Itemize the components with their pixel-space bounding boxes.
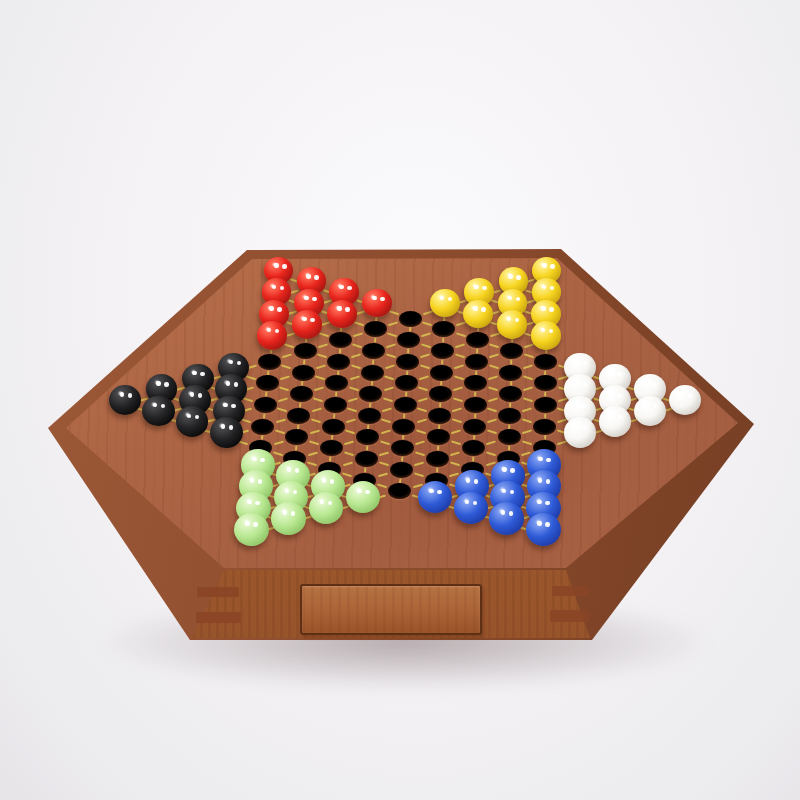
lattice-line bbox=[348, 397, 358, 402]
lattice-line bbox=[381, 419, 391, 424]
lattice-line bbox=[438, 424, 441, 429]
lattice-line bbox=[406, 370, 409, 375]
marble-highlight bbox=[187, 414, 192, 419]
lattice-line bbox=[523, 365, 533, 370]
lattice-line bbox=[335, 392, 338, 397]
board-hole[interactable] bbox=[285, 429, 308, 445]
lattice-line bbox=[488, 397, 498, 402]
marble-black[interactable] bbox=[210, 417, 243, 448]
board-hole[interactable] bbox=[465, 354, 488, 370]
lattice-line bbox=[474, 392, 477, 397]
lattice-line bbox=[277, 408, 287, 413]
marble-white[interactable] bbox=[634, 396, 666, 426]
board-hole[interactable] bbox=[256, 375, 279, 391]
marble-blue[interactable] bbox=[454, 492, 489, 524]
lattice-line bbox=[489, 343, 499, 348]
lattice-line bbox=[369, 402, 372, 407]
lattice-line bbox=[367, 424, 370, 429]
lattice-line bbox=[417, 408, 427, 413]
marble-black[interactable] bbox=[109, 385, 141, 415]
marble-blue[interactable] bbox=[418, 481, 452, 513]
lattice-line bbox=[343, 462, 353, 467]
lattice-line bbox=[488, 375, 498, 380]
lattice-line bbox=[347, 408, 357, 413]
marble-highlight bbox=[252, 457, 257, 462]
marble-highlight bbox=[537, 521, 542, 526]
lattice-line bbox=[278, 397, 288, 402]
marble-highlight bbox=[645, 403, 650, 408]
lattice-line bbox=[316, 365, 326, 370]
board-hole[interactable] bbox=[534, 354, 557, 370]
lattice-line bbox=[342, 473, 352, 478]
lattice-line bbox=[245, 375, 255, 380]
lattice-line bbox=[372, 359, 375, 364]
board-hole[interactable] bbox=[463, 419, 486, 435]
lattice-line bbox=[450, 462, 460, 467]
lattice-line bbox=[276, 419, 286, 424]
lattice-line bbox=[310, 429, 320, 434]
lattice-line bbox=[399, 478, 402, 483]
marble-highlight bbox=[465, 500, 470, 505]
marble-green[interactable] bbox=[346, 481, 380, 513]
lattice-line bbox=[451, 429, 461, 434]
lattice-line bbox=[385, 365, 395, 370]
lattice-line bbox=[353, 332, 363, 337]
marble-highlight bbox=[245, 521, 250, 526]
marble-yellow[interactable] bbox=[531, 321, 562, 350]
marble-yellow[interactable] bbox=[497, 310, 527, 338]
lattice-line bbox=[383, 397, 393, 402]
marble-highlight bbox=[609, 371, 614, 376]
marble-red[interactable] bbox=[292, 310, 322, 338]
lattice-line bbox=[375, 316, 378, 321]
marble-highlight bbox=[192, 371, 197, 376]
lattice-line bbox=[450, 451, 460, 456]
marble-highlight bbox=[272, 285, 277, 290]
board-hole[interactable] bbox=[533, 419, 556, 435]
lattice-line bbox=[294, 446, 297, 451]
lattice-line bbox=[489, 365, 499, 370]
board-hole[interactable] bbox=[534, 375, 557, 391]
lattice-line bbox=[421, 332, 431, 337]
marble-highlight bbox=[287, 467, 292, 472]
marble-highlight bbox=[574, 403, 579, 408]
marble-highlight bbox=[274, 263, 279, 268]
board-hole[interactable] bbox=[499, 386, 522, 402]
lattice-line bbox=[523, 397, 533, 402]
lattice-line bbox=[303, 359, 306, 364]
marble-highlight bbox=[574, 424, 579, 429]
marble-green[interactable] bbox=[271, 502, 306, 535]
lattice-line bbox=[418, 397, 428, 402]
lattice-line bbox=[312, 408, 322, 413]
lattice-line bbox=[475, 370, 478, 375]
marble-red[interactable] bbox=[327, 300, 357, 328]
lattice-line bbox=[473, 413, 476, 418]
marble-highlight bbox=[541, 328, 546, 333]
lattice-line bbox=[275, 429, 285, 434]
lattice-line bbox=[319, 332, 329, 337]
board-hole[interactable] bbox=[327, 354, 350, 370]
marble-highlight bbox=[466, 478, 471, 483]
marble-blue[interactable] bbox=[489, 502, 524, 535]
board-hole[interactable] bbox=[361, 365, 384, 381]
lattice-line bbox=[314, 386, 324, 391]
lattice-line bbox=[522, 429, 532, 434]
lattice-line bbox=[523, 386, 533, 391]
marble-black[interactable] bbox=[176, 406, 209, 437]
board-hole[interactable] bbox=[356, 429, 379, 445]
marble-highlight bbox=[542, 285, 547, 290]
board-hole[interactable] bbox=[464, 375, 487, 391]
lattice-line bbox=[379, 451, 389, 456]
lattice-line bbox=[378, 473, 388, 478]
board-hole[interactable] bbox=[391, 440, 414, 456]
lattice-line bbox=[453, 386, 463, 391]
lattice-line bbox=[508, 446, 511, 451]
lattice-line bbox=[386, 343, 396, 348]
marble-highlight bbox=[440, 296, 445, 301]
marble-yellow[interactable] bbox=[430, 289, 460, 317]
board-hole[interactable] bbox=[499, 365, 522, 381]
lattice-line bbox=[544, 370, 546, 375]
board-hole[interactable] bbox=[397, 332, 420, 348]
lattice-line bbox=[280, 375, 290, 380]
lattice-line bbox=[508, 424, 511, 429]
lattice-line bbox=[345, 429, 355, 434]
lattice-line bbox=[454, 375, 464, 380]
board-hole[interactable] bbox=[355, 451, 378, 467]
lattice-line bbox=[489, 354, 499, 359]
marble-highlight bbox=[474, 285, 479, 290]
lattice-line bbox=[490, 332, 500, 337]
board-hole[interactable] bbox=[290, 386, 313, 402]
board-hole[interactable] bbox=[325, 375, 348, 391]
marble-highlight bbox=[680, 392, 685, 397]
board-hole[interactable] bbox=[258, 354, 281, 370]
lattice-line bbox=[419, 365, 429, 370]
marble-highlight bbox=[501, 510, 506, 515]
lattice-line bbox=[318, 343, 328, 348]
lattice-line bbox=[299, 402, 302, 407]
lattice-line bbox=[373, 338, 376, 343]
lattice-line bbox=[350, 365, 360, 370]
marble-highlight bbox=[429, 489, 434, 494]
board-hole[interactable] bbox=[251, 419, 274, 435]
lattice-line bbox=[476, 348, 479, 353]
lattice-line bbox=[346, 419, 356, 424]
lattice-line bbox=[487, 419, 497, 424]
lattice-line bbox=[509, 381, 512, 386]
lattice-line bbox=[388, 321, 398, 326]
lattice-line bbox=[439, 402, 442, 407]
board-hole[interactable] bbox=[431, 343, 454, 359]
marble-highlight bbox=[302, 317, 307, 322]
marble-highlight bbox=[538, 457, 543, 462]
lattice-line bbox=[283, 343, 293, 348]
lattice-line bbox=[486, 451, 496, 456]
board-hole[interactable] bbox=[430, 365, 453, 381]
lattice-line bbox=[352, 343, 362, 348]
lattice-line bbox=[415, 451, 425, 456]
lattice-line bbox=[416, 419, 426, 424]
board-hole[interactable] bbox=[359, 386, 382, 402]
lattice-line bbox=[544, 413, 546, 418]
lattice-line bbox=[422, 311, 432, 316]
marble-red[interactable] bbox=[257, 321, 288, 350]
board-hole[interactable] bbox=[395, 375, 418, 391]
lattice-line bbox=[262, 413, 265, 418]
lattice-line bbox=[351, 354, 361, 359]
lattice-line bbox=[309, 440, 319, 445]
lattice-line bbox=[440, 381, 443, 386]
lattice-line bbox=[370, 381, 373, 386]
marble-highlight bbox=[153, 403, 158, 408]
lattice-line bbox=[437, 446, 440, 451]
marble-highlight bbox=[283, 510, 288, 515]
lattice-line bbox=[403, 413, 406, 418]
lattice-line bbox=[307, 462, 317, 467]
board-hole[interactable] bbox=[498, 408, 521, 424]
board-hole[interactable] bbox=[388, 483, 411, 499]
board-hole[interactable] bbox=[396, 354, 419, 370]
lattice-line bbox=[421, 343, 431, 348]
lattice-line bbox=[354, 321, 364, 326]
lattice-line bbox=[441, 359, 444, 364]
board-hole[interactable] bbox=[498, 429, 521, 445]
lattice-line bbox=[451, 440, 461, 445]
board-hole[interactable] bbox=[320, 440, 343, 456]
lattice-line bbox=[365, 446, 368, 451]
marble-highlight bbox=[357, 489, 362, 494]
lattice-line bbox=[455, 343, 465, 348]
marble-highlight bbox=[610, 414, 615, 419]
marble-highlight bbox=[285, 489, 290, 494]
board-hole[interactable] bbox=[429, 386, 452, 402]
lattice-line bbox=[279, 386, 289, 391]
marble-highlight bbox=[156, 381, 161, 386]
board-hole[interactable] bbox=[500, 343, 523, 359]
marble-highlight bbox=[502, 489, 507, 494]
marble-blue[interactable] bbox=[526, 513, 561, 546]
marble-highlight bbox=[337, 306, 342, 311]
marble-green[interactable] bbox=[234, 513, 269, 546]
board-hole[interactable] bbox=[462, 440, 485, 456]
marble-highlight bbox=[502, 467, 507, 472]
lattice-line bbox=[407, 348, 410, 353]
board-hole[interactable] bbox=[432, 321, 455, 337]
marble-white[interactable] bbox=[599, 406, 632, 437]
board-hole[interactable] bbox=[362, 343, 385, 359]
marble-highlight bbox=[226, 381, 231, 386]
board-hole[interactable] bbox=[394, 397, 417, 413]
lattice-line bbox=[488, 386, 498, 391]
lattice-line bbox=[416, 429, 426, 434]
lattice-line bbox=[543, 435, 545, 440]
marble-highlight bbox=[120, 392, 125, 397]
lattice-line bbox=[272, 451, 282, 456]
board-hole[interactable] bbox=[322, 419, 345, 435]
lattice-line bbox=[381, 429, 391, 434]
lattice-line bbox=[413, 473, 423, 478]
lattice-line bbox=[349, 375, 359, 380]
lattice-line bbox=[344, 451, 354, 456]
lattice-line bbox=[273, 440, 283, 445]
marble-highlight bbox=[575, 381, 580, 386]
marble-green[interactable] bbox=[309, 492, 344, 524]
board-hole[interactable] bbox=[287, 408, 310, 424]
lattice-line bbox=[509, 402, 512, 407]
marble-highlight bbox=[304, 296, 309, 301]
lattice-line bbox=[487, 429, 497, 434]
lattice-line bbox=[344, 440, 354, 445]
marble-highlight bbox=[320, 500, 325, 505]
lattice-line bbox=[380, 440, 390, 445]
lattice-line bbox=[456, 321, 466, 326]
lattice-line bbox=[524, 343, 534, 348]
board-hole[interactable] bbox=[254, 397, 277, 413]
marble-white[interactable] bbox=[564, 417, 597, 448]
lattice-line bbox=[329, 456, 332, 461]
lattice-line bbox=[522, 440, 532, 445]
marble-highlight bbox=[537, 500, 542, 505]
board-hole[interactable] bbox=[390, 462, 413, 478]
lattice-line bbox=[455, 332, 465, 337]
marble-highlight bbox=[507, 317, 512, 322]
lattice-line bbox=[338, 348, 341, 353]
lattice-line bbox=[377, 483, 387, 488]
marble-yellow[interactable] bbox=[463, 300, 493, 328]
lattice-line bbox=[453, 397, 463, 402]
board-hole[interactable] bbox=[358, 408, 381, 424]
lattice-line bbox=[472, 456, 475, 461]
board-hole[interactable] bbox=[464, 397, 487, 413]
lattice-line bbox=[442, 338, 445, 343]
marble-highlight bbox=[267, 328, 272, 333]
board-hole[interactable] bbox=[292, 365, 315, 381]
lattice-line bbox=[522, 419, 532, 424]
board-hole[interactable] bbox=[466, 332, 489, 348]
lattice-line bbox=[422, 321, 432, 326]
lattice-line bbox=[523, 354, 533, 359]
lattice-line bbox=[386, 354, 396, 359]
marble-highlight bbox=[247, 500, 252, 505]
scene bbox=[0, 0, 800, 800]
lattice-line bbox=[487, 408, 497, 413]
lattice-line bbox=[384, 375, 394, 380]
board-hole[interactable] bbox=[324, 397, 347, 413]
board-hole[interactable] bbox=[428, 408, 451, 424]
lattice-line bbox=[311, 419, 321, 424]
lattice-line bbox=[415, 440, 425, 445]
lattice-line bbox=[378, 462, 388, 467]
lattice-line bbox=[454, 365, 464, 370]
marble-highlight bbox=[610, 392, 615, 397]
lattice-line bbox=[402, 435, 405, 440]
lattice-line bbox=[281, 365, 291, 370]
lattice-line bbox=[308, 451, 318, 456]
marble-highlight bbox=[372, 296, 377, 301]
lattice-line bbox=[523, 375, 533, 380]
lattice-line bbox=[418, 386, 428, 391]
marble-highlight bbox=[541, 306, 546, 311]
lattice-line bbox=[443, 316, 446, 321]
lattice-line bbox=[389, 311, 399, 316]
lattice-line bbox=[455, 354, 465, 359]
marble-highlight bbox=[542, 263, 547, 268]
marble-white[interactable] bbox=[669, 385, 701, 415]
lattice-line bbox=[382, 408, 392, 413]
lattice-line bbox=[387, 332, 397, 337]
board-hole[interactable] bbox=[392, 419, 415, 435]
lattice-line bbox=[313, 397, 323, 402]
lattice-line bbox=[408, 327, 411, 332]
lattice-line bbox=[317, 354, 327, 359]
marble-highlight bbox=[190, 392, 195, 397]
marble-highlight bbox=[508, 274, 513, 279]
board-hole[interactable] bbox=[534, 397, 557, 413]
lattice-line bbox=[544, 392, 546, 397]
lattice-line bbox=[383, 386, 393, 391]
lattice-line bbox=[419, 375, 429, 380]
lattice-line bbox=[315, 375, 325, 380]
lattice-line bbox=[349, 386, 359, 391]
lattice-line bbox=[420, 354, 430, 359]
lattice-line bbox=[522, 408, 532, 413]
marble-highlight bbox=[644, 381, 649, 386]
board-hole[interactable] bbox=[426, 451, 449, 467]
lattice-line bbox=[400, 456, 403, 461]
marble-highlight bbox=[508, 296, 513, 301]
lattice-line bbox=[435, 467, 438, 472]
lattice-line bbox=[414, 462, 424, 467]
marble-highlight bbox=[229, 360, 234, 365]
marble-highlight bbox=[339, 285, 344, 290]
marble-highlight bbox=[322, 478, 327, 483]
lattice-line bbox=[452, 419, 462, 424]
lattice-line bbox=[510, 359, 513, 364]
marble-highlight bbox=[221, 424, 226, 429]
lattice-line bbox=[404, 392, 407, 397]
marble-highlight bbox=[269, 306, 274, 311]
board-hole[interactable] bbox=[294, 343, 317, 359]
marble-highlight bbox=[538, 478, 543, 483]
board-hole[interactable] bbox=[364, 321, 387, 337]
marble-black[interactable] bbox=[142, 396, 174, 426]
board-field bbox=[0, 0, 800, 800]
marble-highlight bbox=[250, 478, 255, 483]
board-hole[interactable] bbox=[399, 311, 422, 327]
lattice-line bbox=[364, 467, 367, 472]
lattice-line bbox=[452, 408, 462, 413]
marble-highlight bbox=[473, 306, 478, 311]
board-hole[interactable] bbox=[329, 332, 352, 348]
lattice-line bbox=[472, 435, 475, 440]
marble-highlight bbox=[306, 274, 311, 279]
marble-highlight bbox=[223, 403, 228, 408]
lattice-line bbox=[282, 354, 292, 359]
marble-highlight bbox=[575, 360, 580, 365]
marble-red[interactable] bbox=[362, 289, 392, 317]
board-hole[interactable] bbox=[427, 429, 450, 445]
lattice-line bbox=[333, 413, 336, 418]
lattice-line bbox=[243, 397, 253, 402]
lattice-line bbox=[486, 440, 496, 445]
